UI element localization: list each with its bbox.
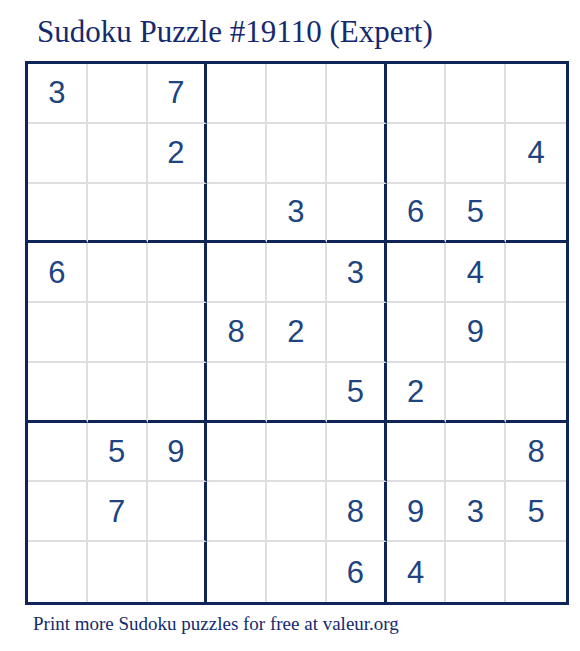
cell-r5c8: 9: [446, 303, 506, 363]
cell-r9c2[interactable]: [88, 542, 148, 602]
cell-r7c4[interactable]: [207, 423, 267, 483]
cell-r3c1[interactable]: [28, 184, 88, 244]
footer-credit: Print more Sudoku puzzles for free at va…: [33, 613, 399, 635]
cell-r1c1: 3: [28, 64, 88, 124]
cell-r8c3[interactable]: [148, 482, 208, 542]
cell-r2c2[interactable]: [88, 124, 148, 184]
cell-r2c9: 4: [506, 124, 566, 184]
cell-r7c1[interactable]: [28, 423, 88, 483]
cell-r4c3[interactable]: [148, 243, 208, 303]
cell-r4c5[interactable]: [267, 243, 327, 303]
cell-r1c6[interactable]: [327, 64, 387, 124]
cell-r3c7: 6: [387, 184, 447, 244]
cell-r8c8: 3: [446, 482, 506, 542]
cell-r7c5[interactable]: [267, 423, 327, 483]
cell-r6c5[interactable]: [267, 363, 327, 423]
cell-r2c7[interactable]: [387, 124, 447, 184]
cell-r8c7: 9: [387, 482, 447, 542]
cell-r6c9[interactable]: [506, 363, 566, 423]
cell-r9c7: 4: [387, 542, 447, 602]
cell-r1c8[interactable]: [446, 64, 506, 124]
cell-r8c5[interactable]: [267, 482, 327, 542]
cell-r3c2[interactable]: [88, 184, 148, 244]
cell-r9c4[interactable]: [207, 542, 267, 602]
cell-r3c9[interactable]: [506, 184, 566, 244]
cell-r6c3[interactable]: [148, 363, 208, 423]
sudoku-page: Sudoku Puzzle #19110 (Expert) 3724365634…: [0, 0, 580, 651]
cell-r9c3[interactable]: [148, 542, 208, 602]
cell-r4c9[interactable]: [506, 243, 566, 303]
cell-r4c2[interactable]: [88, 243, 148, 303]
cell-r7c2: 5: [88, 423, 148, 483]
cell-r3c3[interactable]: [148, 184, 208, 244]
cell-r9c8[interactable]: [446, 542, 506, 602]
cell-r3c8: 5: [446, 184, 506, 244]
cell-r5c9[interactable]: [506, 303, 566, 363]
cell-r5c1[interactable]: [28, 303, 88, 363]
cell-r5c7[interactable]: [387, 303, 447, 363]
cell-r2c4[interactable]: [207, 124, 267, 184]
cell-r1c2[interactable]: [88, 64, 148, 124]
cell-r8c4[interactable]: [207, 482, 267, 542]
cell-r5c2[interactable]: [88, 303, 148, 363]
cell-r1c4[interactable]: [207, 64, 267, 124]
cell-r2c8[interactable]: [446, 124, 506, 184]
cell-r6c2[interactable]: [88, 363, 148, 423]
cell-r8c9: 5: [506, 482, 566, 542]
sudoku-board: 3724365634829525987893564: [25, 61, 569, 605]
cell-r9c6: 6: [327, 542, 387, 602]
cell-r4c1: 6: [28, 243, 88, 303]
cell-r5c4: 8: [207, 303, 267, 363]
cell-r9c1[interactable]: [28, 542, 88, 602]
cell-r2c1[interactable]: [28, 124, 88, 184]
cell-r7c3: 9: [148, 423, 208, 483]
cell-r1c5[interactable]: [267, 64, 327, 124]
cell-r2c3: 2: [148, 124, 208, 184]
cell-r9c5[interactable]: [267, 542, 327, 602]
cell-r4c6: 3: [327, 243, 387, 303]
cell-r2c6[interactable]: [327, 124, 387, 184]
cell-r5c6[interactable]: [327, 303, 387, 363]
cell-r3c4[interactable]: [207, 184, 267, 244]
cell-r5c5: 2: [267, 303, 327, 363]
cell-r4c8: 4: [446, 243, 506, 303]
cell-r7c8[interactable]: [446, 423, 506, 483]
cell-r3c6[interactable]: [327, 184, 387, 244]
cell-r5c3[interactable]: [148, 303, 208, 363]
cell-r1c9[interactable]: [506, 64, 566, 124]
cell-r7c6[interactable]: [327, 423, 387, 483]
cell-r6c1[interactable]: [28, 363, 88, 423]
cell-r6c7: 2: [387, 363, 447, 423]
cell-r6c8[interactable]: [446, 363, 506, 423]
cell-r7c7[interactable]: [387, 423, 447, 483]
cell-r8c2: 7: [88, 482, 148, 542]
cell-r4c7[interactable]: [387, 243, 447, 303]
cell-r4c4[interactable]: [207, 243, 267, 303]
cell-r8c1[interactable]: [28, 482, 88, 542]
cell-r9c9[interactable]: [506, 542, 566, 602]
cell-r2c5[interactable]: [267, 124, 327, 184]
cell-r8c6: 8: [327, 482, 387, 542]
cell-r3c5: 3: [267, 184, 327, 244]
cell-r6c6: 5: [327, 363, 387, 423]
cell-r1c3: 7: [148, 64, 208, 124]
page-title: Sudoku Puzzle #19110 (Expert): [37, 14, 433, 50]
cell-r1c7[interactable]: [387, 64, 447, 124]
cell-r6c4[interactable]: [207, 363, 267, 423]
cell-r7c9: 8: [506, 423, 566, 483]
